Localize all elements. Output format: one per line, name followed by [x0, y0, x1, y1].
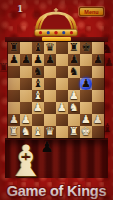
square-g4[interactable]: [80, 90, 92, 102]
piece-black-pawn: ♟: [44, 54, 56, 66]
square-h4[interactable]: [92, 90, 104, 102]
square-h1[interactable]: [92, 126, 104, 138]
piece-white-pawn: ♟: [32, 102, 44, 114]
square-e1[interactable]: [56, 126, 68, 138]
menu-button-label: Menu: [84, 9, 98, 15]
piece-white-rook: ♜: [68, 126, 80, 138]
piece-black-pawn: ♟: [80, 78, 92, 90]
square-h5[interactable]: [92, 78, 104, 90]
game-screen: 1 Menu ♜♝♛♜♚♟♟♟♟♟♟♞♞♝♟♝♟♟♟♞♟♟♟♟♜♞♝♛♜♚ ♝ …: [0, 0, 113, 200]
piece-black-king: ♚: [80, 42, 92, 54]
square-g8[interactable]: ♚: [80, 42, 92, 54]
square-a5[interactable]: [8, 78, 20, 90]
square-e2[interactable]: [56, 114, 68, 126]
piece-black-pawn: ♟: [92, 54, 104, 66]
crown-icon: [26, 8, 86, 37]
square-b7[interactable]: ♟: [20, 54, 32, 66]
square-d4[interactable]: [44, 90, 56, 102]
square-b6[interactable]: [20, 66, 32, 78]
piece-white-knight: ♞: [68, 102, 80, 114]
square-a7[interactable]: ♟: [8, 54, 20, 66]
square-h2[interactable]: ♟: [92, 114, 104, 126]
square-f3[interactable]: ♞: [68, 102, 80, 114]
black-pawn-silhouette-icon: ♟: [104, 56, 113, 69]
square-d6[interactable]: [44, 66, 56, 78]
game-title: Game of Kings: [0, 183, 113, 199]
square-a6[interactable]: [8, 66, 20, 78]
piece-black-pawn: ♟: [8, 54, 20, 66]
square-d3[interactable]: [44, 102, 56, 114]
move-counter: 1: [17, 4, 23, 14]
piece-black-pawn: ♟: [20, 54, 32, 66]
square-d1[interactable]: ♛: [44, 126, 56, 138]
square-g7[interactable]: [80, 54, 92, 66]
square-e6[interactable]: [56, 66, 68, 78]
square-b5[interactable]: [20, 78, 32, 90]
piece-black-knight: ♞: [68, 66, 80, 78]
square-d5[interactable]: [44, 78, 56, 90]
square-e3[interactable]: ♟: [56, 102, 68, 114]
square-h6[interactable]: [92, 66, 104, 78]
piece-white-pawn: ♟: [92, 114, 104, 126]
piece-white-king: ♚: [80, 126, 92, 138]
square-e5[interactable]: [56, 78, 68, 90]
square-d7[interactable]: ♟: [44, 54, 56, 66]
piece-white-queen: ♛: [44, 126, 56, 138]
square-h7[interactable]: ♟: [92, 54, 104, 66]
square-c3[interactable]: ♟: [32, 102, 44, 114]
piece-white-pawn: ♟: [56, 102, 68, 114]
square-b4[interactable]: [20, 90, 32, 102]
square-f1[interactable]: ♜: [68, 126, 80, 138]
square-g1[interactable]: ♚: [80, 126, 92, 138]
chess-board: ♜♝♛♜♚♟♟♟♟♟♟♞♞♝♟♝♟♟♟♞♟♟♟♟♜♞♝♛♜♚: [8, 42, 104, 138]
menu-button[interactable]: Menu: [79, 7, 104, 16]
square-e8[interactable]: [56, 42, 68, 54]
decor-black-pawn: ♟: [40, 139, 53, 155]
square-f6[interactable]: ♞: [68, 66, 80, 78]
square-e7[interactable]: [56, 54, 68, 66]
square-a4[interactable]: [8, 90, 20, 102]
square-g5[interactable]: ♟: [80, 78, 92, 90]
